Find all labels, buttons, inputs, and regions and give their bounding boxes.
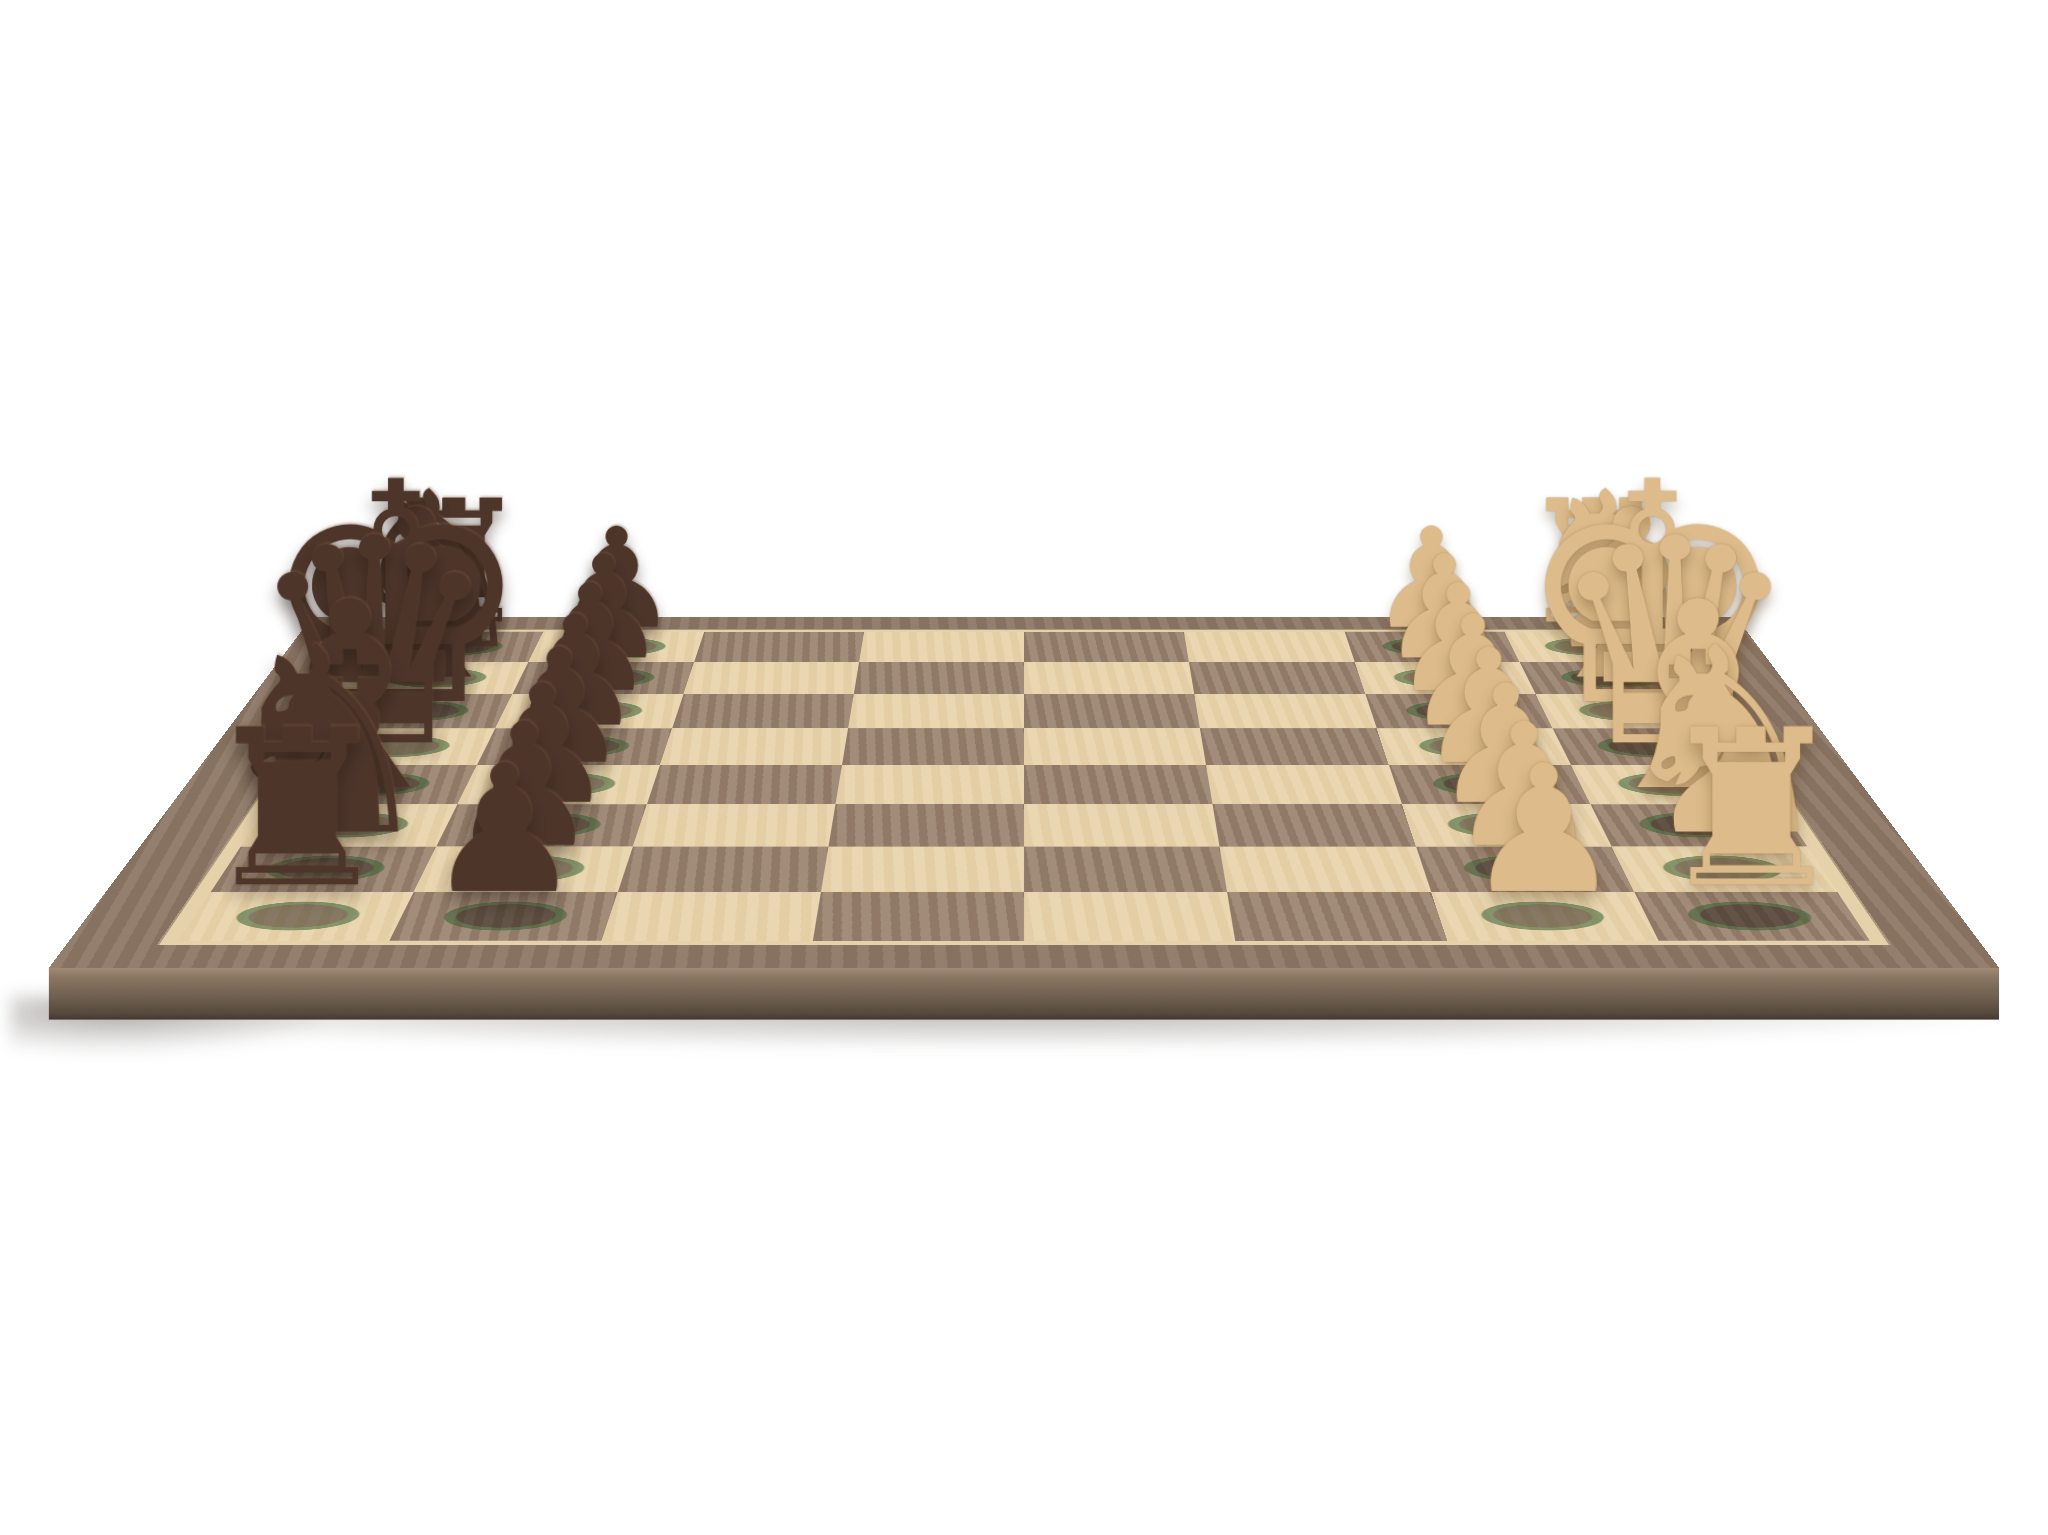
square-a1: ♜ [1634,892,1870,941]
board-maple-inlay: ♜♟♟♜♞♟♟♞♝♟♟♝♚♟♟♚♛♟♟♛♝♟♟♝♞♟♟♞♜♟♟♜ [156,629,1891,945]
square-d3 [1206,765,1401,804]
perspective-wrapper: ♜♟♟♜♞♟♟♞♝♟♟♝♚♟♟♚♛♟♟♛♝♟♟♝♞♟♟♞♜♟♟♜ [201,0,1847,1535]
square-a8: ♜ [178,892,414,941]
piece-white-pawn: ♟ [1464,742,1622,919]
square-h4 [1024,632,1189,662]
square-b3 [1220,846,1431,891]
piece-black-rook: ♜ [200,702,394,919]
chess-photo-scene: ♜♟♟♜♞♟♟♞♝♟♟♝♚♟♟♚♛♟♟♛♝♟♟♝♞♟♟♞♜♟♟♜ [0,0,2048,1535]
square-a4 [1024,892,1235,941]
square-b6 [617,846,828,891]
square-d6 [646,765,841,804]
board-front-edge [49,968,1999,1020]
square-c4 [1024,804,1220,846]
square-a2: ♟ [1431,892,1659,941]
square-g3 [1189,662,1365,694]
piece-white-rook: ♜ [1654,702,1848,919]
square-c5 [828,804,1024,846]
square-f3 [1194,694,1376,728]
board-grid: ♜♟♟♜♞♟♟♞♝♟♟♝♚♟♟♚♛♟♟♛♝♟♟♝♞♟♟♞♜♟♟♜ [178,632,1870,941]
square-d5 [835,765,1024,804]
square-b5 [821,846,1024,891]
square-h3 [1184,632,1354,662]
square-g5 [854,662,1024,694]
square-h6 [694,632,864,662]
square-a7: ♟ [390,892,618,941]
square-e4 [1024,728,1206,765]
square-a6 [601,892,821,941]
chess-board: ♜♟♟♜♞♟♟♞♝♟♟♝♚♟♟♚♛♟♟♛♝♟♟♝♞♟♟♞♜♟♟♜ [49,617,1999,968]
piece-black-pawn: ♟ [425,742,583,919]
square-d4 [1024,765,1213,804]
square-a3 [1227,892,1447,941]
square-c6 [632,804,835,846]
square-b4 [1024,846,1227,891]
square-a5 [813,892,1024,941]
square-g6 [683,662,859,694]
square-e3 [1200,728,1388,765]
square-f6 [672,694,854,728]
square-c3 [1213,804,1416,846]
square-f4 [1024,694,1200,728]
square-g4 [1024,662,1194,694]
square-e5 [842,728,1024,765]
square-e6 [660,728,848,765]
square-f5 [848,694,1024,728]
square-h5 [859,632,1024,662]
